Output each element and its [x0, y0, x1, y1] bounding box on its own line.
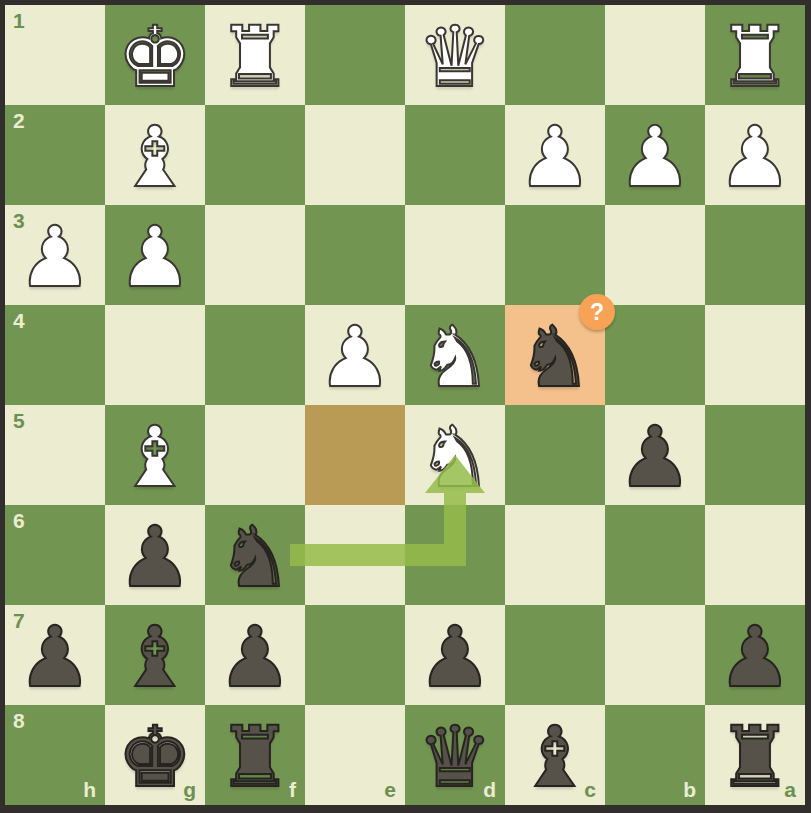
file-label-g: g	[183, 778, 196, 802]
square-f2[interactable]	[205, 105, 305, 205]
square-g1[interactable]: ♚	[105, 5, 205, 105]
square-a8[interactable]: a♜	[705, 705, 805, 805]
square-c1[interactable]	[505, 5, 605, 105]
square-f4[interactable]	[205, 305, 305, 405]
piece-black-pawn-a7[interactable]: ♟	[705, 607, 805, 707]
file-label-c: c	[584, 778, 596, 802]
square-c5[interactable]	[505, 405, 605, 505]
piece-white-rook-a1[interactable]: ♜	[705, 7, 805, 107]
square-c8[interactable]: c♝	[505, 705, 605, 805]
piece-white-knight-d5[interactable]: ♞	[405, 407, 505, 507]
square-e7[interactable]	[305, 605, 405, 705]
square-d2[interactable]	[405, 105, 505, 205]
square-g3[interactable]: ♟	[105, 205, 205, 305]
piece-black-pawn-g6[interactable]: ♟	[105, 507, 205, 607]
square-a7[interactable]: ♟	[705, 605, 805, 705]
square-b4[interactable]	[605, 305, 705, 405]
square-c6[interactable]	[505, 505, 605, 605]
square-a4[interactable]	[705, 305, 805, 405]
rank-label-1: 1	[13, 9, 25, 33]
piece-black-bishop-g7[interactable]: ♝	[105, 607, 205, 707]
file-label-a: a	[784, 778, 796, 802]
square-e8[interactable]: e	[305, 705, 405, 805]
square-d4[interactable]: ♞	[405, 305, 505, 405]
piece-black-pawn-d7[interactable]: ♟	[405, 607, 505, 707]
square-h8[interactable]: 8h	[5, 705, 105, 805]
square-d7[interactable]: ♟	[405, 605, 505, 705]
square-e1[interactable]	[305, 5, 405, 105]
file-label-d: d	[483, 778, 496, 802]
square-h1[interactable]: 1	[5, 5, 105, 105]
rank-label-8: 8	[13, 709, 25, 733]
rank-label-7: 7	[13, 609, 25, 633]
square-g8[interactable]: g♚	[105, 705, 205, 805]
square-d6[interactable]	[405, 505, 505, 605]
square-b6[interactable]	[605, 505, 705, 605]
chess-board: 1♚♜♛♜2♝♟♟♟3♟♟4♟♞♞5♝♞♟6♟♞7♟♝♟♟♟8hg♚f♜ed♛c…	[5, 5, 805, 805]
square-g5[interactable]: ♝	[105, 405, 205, 505]
square-f5[interactable]	[205, 405, 305, 505]
square-d8[interactable]: d♛	[405, 705, 505, 805]
rank-label-5: 5	[13, 409, 25, 433]
square-f1[interactable]: ♜	[205, 5, 305, 105]
square-b2[interactable]: ♟	[605, 105, 705, 205]
square-a2[interactable]: ♟	[705, 105, 805, 205]
square-a1[interactable]: ♜	[705, 5, 805, 105]
file-label-b: b	[683, 778, 696, 802]
square-g7[interactable]: ♝	[105, 605, 205, 705]
piece-white-bishop-g5[interactable]: ♝	[105, 407, 205, 507]
rank-label-3: 3	[13, 209, 25, 233]
piece-white-king-g1[interactable]: ♚	[105, 7, 205, 107]
file-label-h: h	[83, 778, 96, 802]
square-e6[interactable]	[305, 505, 405, 605]
square-h4[interactable]: 4	[5, 305, 105, 405]
square-d3[interactable]	[405, 205, 505, 305]
square-e5[interactable]	[305, 405, 405, 505]
square-e4[interactable]: ♟	[305, 305, 405, 405]
piece-white-pawn-a2[interactable]: ♟	[705, 107, 805, 207]
square-b3[interactable]	[605, 205, 705, 305]
file-label-e: e	[384, 778, 396, 802]
piece-white-knight-d4[interactable]: ♞	[405, 307, 505, 407]
mistake-question-badge-icon: ?	[579, 294, 615, 330]
piece-black-pawn-f7[interactable]: ♟	[205, 607, 305, 707]
square-f3[interactable]	[205, 205, 305, 305]
rank-label-2: 2	[13, 109, 25, 133]
square-h5[interactable]: 5	[5, 405, 105, 505]
rank-label-6: 6	[13, 509, 25, 533]
piece-white-bishop-g2[interactable]: ♝	[105, 107, 205, 207]
square-f6[interactable]: ♞	[205, 505, 305, 605]
square-c2[interactable]: ♟	[505, 105, 605, 205]
square-g2[interactable]: ♝	[105, 105, 205, 205]
square-e2[interactable]	[305, 105, 405, 205]
square-h6[interactable]: 6	[5, 505, 105, 605]
square-h7[interactable]: 7♟	[5, 605, 105, 705]
square-b7[interactable]	[605, 605, 705, 705]
square-c7[interactable]	[505, 605, 605, 705]
piece-white-pawn-b2[interactable]: ♟	[605, 107, 705, 207]
square-f8[interactable]: f♜	[205, 705, 305, 805]
square-h3[interactable]: 3♟	[5, 205, 105, 305]
piece-black-pawn-b5[interactable]: ♟	[605, 407, 705, 507]
square-f7[interactable]: ♟	[205, 605, 305, 705]
square-g6[interactable]: ♟	[105, 505, 205, 605]
square-d5[interactable]: ♞	[405, 405, 505, 505]
square-a3[interactable]	[705, 205, 805, 305]
piece-white-rook-f1[interactable]: ♜	[205, 7, 305, 107]
square-c3[interactable]	[505, 205, 605, 305]
square-a6[interactable]	[705, 505, 805, 605]
chess-board-window: 1♚♜♛♜2♝♟♟♟3♟♟4♟♞♞5♝♞♟6♟♞7♟♝♟♟♟8hg♚f♜ed♛c…	[0, 0, 811, 813]
file-label-f: f	[289, 778, 296, 802]
rank-label-4: 4	[13, 309, 25, 333]
square-b1[interactable]	[605, 5, 705, 105]
square-g4[interactable]	[105, 305, 205, 405]
square-h2[interactable]: 2	[5, 105, 105, 205]
piece-black-knight-f6[interactable]: ♞	[205, 507, 305, 607]
square-e3[interactable]	[305, 205, 405, 305]
square-b8[interactable]: b	[605, 705, 705, 805]
square-b5[interactable]: ♟	[605, 405, 705, 505]
piece-white-pawn-g3[interactable]: ♟	[105, 207, 205, 307]
square-a5[interactable]	[705, 405, 805, 505]
piece-white-queen-d1[interactable]: ♛	[405, 7, 505, 107]
piece-white-pawn-e4[interactable]: ♟	[305, 307, 405, 407]
square-d1[interactable]: ♛	[405, 5, 505, 105]
piece-white-pawn-c2[interactable]: ♟	[505, 107, 605, 207]
